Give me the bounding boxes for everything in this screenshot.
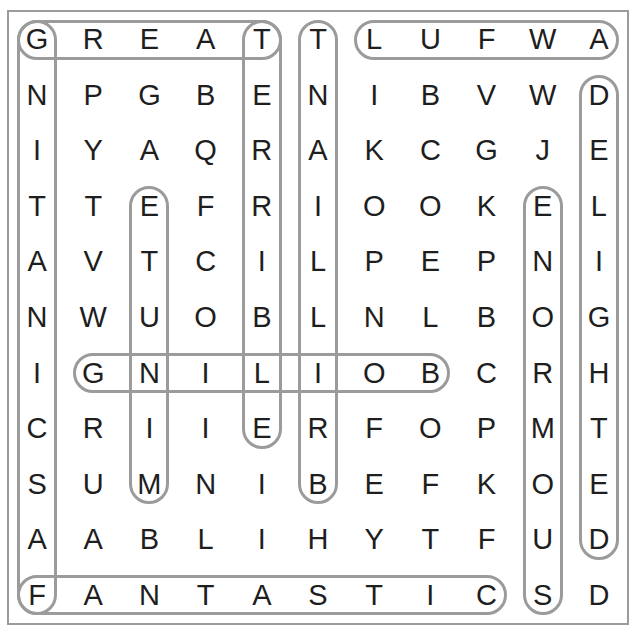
grid-cell-r8c9[interactable]: P bbox=[458, 401, 514, 457]
grid-cell-r6c10[interactable]: O bbox=[515, 290, 571, 346]
grid-cell-r5c10[interactable]: N bbox=[515, 234, 571, 290]
grid-cell-r6c2[interactable]: W bbox=[65, 290, 121, 346]
grid-cell-r7c7[interactable]: O bbox=[346, 345, 402, 401]
grid-cell-r7c11[interactable]: H bbox=[571, 345, 627, 401]
grid-cell-r2c4[interactable]: B bbox=[178, 68, 234, 124]
letter-grid: GREATTLUFWANPGBENIBVWDIYAQRAKCGJETTEFRIO… bbox=[9, 12, 627, 623]
grid-cell-r4c4[interactable]: F bbox=[178, 179, 234, 235]
grid-cell-r5c4[interactable]: C bbox=[178, 234, 234, 290]
grid-cell-r8c5[interactable]: E bbox=[234, 401, 290, 457]
grid-cell-r10c5[interactable]: I bbox=[234, 512, 290, 568]
grid-cell-r6c6[interactable]: L bbox=[290, 290, 346, 346]
grid-cell-r3c4[interactable]: Q bbox=[178, 123, 234, 179]
grid-cell-r10c2[interactable]: A bbox=[65, 512, 121, 568]
grid-cell-r9c8[interactable]: F bbox=[402, 456, 458, 512]
grid-cell-r7c3[interactable]: N bbox=[121, 345, 177, 401]
grid-cell-r2c7[interactable]: I bbox=[346, 68, 402, 124]
grid-cell-r10c4[interactable]: L bbox=[178, 512, 234, 568]
grid-cell-r5c6[interactable]: L bbox=[290, 234, 346, 290]
grid-cell-r10c7[interactable]: Y bbox=[346, 512, 402, 568]
grid-cell-r1c8[interactable]: U bbox=[402, 12, 458, 68]
grid-cell-r8c2[interactable]: R bbox=[65, 401, 121, 457]
grid-cell-r11c3[interactable]: N bbox=[121, 567, 177, 623]
grid-cell-r2c11[interactable]: D bbox=[571, 68, 627, 124]
grid-cell-r10c9[interactable]: F bbox=[458, 512, 514, 568]
grid-cell-r11c8[interactable]: I bbox=[402, 567, 458, 623]
grid-cell-r1c4[interactable]: A bbox=[178, 12, 234, 68]
grid-cell-r1c2[interactable]: R bbox=[65, 12, 121, 68]
grid-cell-r5c3[interactable]: T bbox=[121, 234, 177, 290]
grid-cell-r2c10[interactable]: W bbox=[515, 68, 571, 124]
grid-cell-r2c2[interactable]: P bbox=[65, 68, 121, 124]
grid-cell-r8c1[interactable]: C bbox=[9, 401, 65, 457]
grid-cell-r3c6[interactable]: A bbox=[290, 123, 346, 179]
grid-cell-r11c6[interactable]: S bbox=[290, 567, 346, 623]
grid-cell-r2c6[interactable]: N bbox=[290, 68, 346, 124]
grid-cell-r1c5[interactable]: T bbox=[234, 12, 290, 68]
grid-cell-r9c1[interactable]: S bbox=[9, 456, 65, 512]
grid-cell-r5c9[interactable]: P bbox=[458, 234, 514, 290]
grid-cell-r1c11[interactable]: A bbox=[571, 12, 627, 68]
grid-cell-r6c4[interactable]: O bbox=[178, 290, 234, 346]
grid-cell-r4c7[interactable]: O bbox=[346, 179, 402, 235]
grid-cell-r10c3[interactable]: B bbox=[121, 512, 177, 568]
grid-cell-r9c2[interactable]: U bbox=[65, 456, 121, 512]
grid-cell-r4c5[interactable]: R bbox=[234, 179, 290, 235]
grid-cell-r6c3[interactable]: U bbox=[121, 290, 177, 346]
grid-cell-r10c1[interactable]: A bbox=[9, 512, 65, 568]
grid-cell-r7c4[interactable]: I bbox=[178, 345, 234, 401]
grid-cell-r4c8[interactable]: O bbox=[402, 179, 458, 235]
grid-cell-r7c2[interactable]: G bbox=[65, 345, 121, 401]
grid-cell-r2c3[interactable]: G bbox=[121, 68, 177, 124]
grid-cell-r1c9[interactable]: F bbox=[458, 12, 514, 68]
grid-cell-r4c10[interactable]: E bbox=[515, 179, 571, 235]
grid-cell-r9c3[interactable]: M bbox=[121, 456, 177, 512]
grid-cell-r3c9[interactable]: G bbox=[458, 123, 514, 179]
grid-cell-r4c1[interactable]: T bbox=[9, 179, 65, 235]
grid-cell-r9c5[interactable]: I bbox=[234, 456, 290, 512]
grid-cell-r5c11[interactable]: I bbox=[571, 234, 627, 290]
grid-cell-r2c8[interactable]: B bbox=[402, 68, 458, 124]
grid-cell-r11c4[interactable]: T bbox=[178, 567, 234, 623]
grid-cell-r10c6[interactable]: H bbox=[290, 512, 346, 568]
grid-cell-r9c11[interactable]: E bbox=[571, 456, 627, 512]
grid-cell-r9c4[interactable]: N bbox=[178, 456, 234, 512]
grid-cell-r7c1[interactable]: I bbox=[9, 345, 65, 401]
grid-cell-r3c2[interactable]: Y bbox=[65, 123, 121, 179]
grid-cell-r11c11[interactable]: D bbox=[571, 567, 627, 623]
grid-cell-r3c11[interactable]: E bbox=[571, 123, 627, 179]
grid-cell-r1c3[interactable]: E bbox=[121, 12, 177, 68]
grid-cell-r9c10[interactable]: O bbox=[515, 456, 571, 512]
grid-cell-r10c11[interactable]: D bbox=[571, 512, 627, 568]
grid-cell-r9c9[interactable]: K bbox=[458, 456, 514, 512]
grid-cell-r5c5[interactable]: I bbox=[234, 234, 290, 290]
grid-cell-r2c1[interactable]: N bbox=[9, 68, 65, 124]
grid-cell-r5c8[interactable]: E bbox=[402, 234, 458, 290]
grid-cell-r11c7[interactable]: T bbox=[346, 567, 402, 623]
grid-cell-r7c9[interactable]: C bbox=[458, 345, 514, 401]
grid-cell-r3c3[interactable]: A bbox=[121, 123, 177, 179]
grid-cell-r7c10[interactable]: R bbox=[515, 345, 571, 401]
grid-cell-r11c10[interactable]: S bbox=[515, 567, 571, 623]
grid-cell-r5c1[interactable]: A bbox=[9, 234, 65, 290]
grid-cell-r7c8[interactable]: B bbox=[402, 345, 458, 401]
grid-cell-r1c1[interactable]: G bbox=[9, 12, 65, 68]
grid-cell-r11c9[interactable]: C bbox=[458, 567, 514, 623]
grid-cell-r8c11[interactable]: T bbox=[571, 401, 627, 457]
grid-cell-r6c5[interactable]: B bbox=[234, 290, 290, 346]
grid-cell-r3c1[interactable]: I bbox=[9, 123, 65, 179]
grid-cell-r4c6[interactable]: I bbox=[290, 179, 346, 235]
grid-cell-r1c6[interactable]: T bbox=[290, 12, 346, 68]
grid-cell-r6c11[interactable]: G bbox=[571, 290, 627, 346]
grid-cell-r6c7[interactable]: N bbox=[346, 290, 402, 346]
grid-cell-r9c7[interactable]: E bbox=[346, 456, 402, 512]
grid-cell-r3c5[interactable]: R bbox=[234, 123, 290, 179]
grid-cell-r8c3[interactable]: I bbox=[121, 401, 177, 457]
grid-cell-r4c2[interactable]: T bbox=[65, 179, 121, 235]
grid-cell-r8c6[interactable]: R bbox=[290, 401, 346, 457]
grid-cell-r1c10[interactable]: W bbox=[515, 12, 571, 68]
grid-cell-r6c9[interactable]: B bbox=[458, 290, 514, 346]
grid-cell-r10c10[interactable]: U bbox=[515, 512, 571, 568]
grid-cell-r8c10[interactable]: M bbox=[515, 401, 571, 457]
grid-cell-r3c7[interactable]: K bbox=[346, 123, 402, 179]
grid-cell-r8c7[interactable]: F bbox=[346, 401, 402, 457]
grid-cell-r7c6[interactable]: I bbox=[290, 345, 346, 401]
grid-cell-r5c2[interactable]: V bbox=[65, 234, 121, 290]
grid-cell-r2c9[interactable]: V bbox=[458, 68, 514, 124]
grid-cell-r6c8[interactable]: L bbox=[402, 290, 458, 346]
grid-cell-r8c4[interactable]: I bbox=[178, 401, 234, 457]
grid-cell-r1c7[interactable]: L bbox=[346, 12, 402, 68]
grid-cell-r3c10[interactable]: J bbox=[515, 123, 571, 179]
grid-cell-r6c1[interactable]: N bbox=[9, 290, 65, 346]
grid-cell-r8c8[interactable]: O bbox=[402, 401, 458, 457]
grid-cell-r3c8[interactable]: C bbox=[402, 123, 458, 179]
grid-cell-r4c9[interactable]: K bbox=[458, 179, 514, 235]
grid-cell-r11c1[interactable]: F bbox=[9, 567, 65, 623]
word-search-puzzle: GREATTLUFWANPGBENIBVWDIYAQRAKCGJETTEFRIO… bbox=[0, 0, 640, 637]
grid-cell-r7c5[interactable]: L bbox=[234, 345, 290, 401]
grid-cell-r11c2[interactable]: A bbox=[65, 567, 121, 623]
grid-cell-r10c8[interactable]: T bbox=[402, 512, 458, 568]
puzzle-board: GREATTLUFWANPGBENIBVWDIYAQRAKCGJETTEFRIO… bbox=[7, 10, 629, 625]
grid-cell-r5c7[interactable]: P bbox=[346, 234, 402, 290]
grid-cell-r11c5[interactable]: A bbox=[234, 567, 290, 623]
grid-cell-r4c11[interactable]: L bbox=[571, 179, 627, 235]
grid-cell-r4c3[interactable]: E bbox=[121, 179, 177, 235]
grid-cell-r9c6[interactable]: B bbox=[290, 456, 346, 512]
grid-cell-r2c5[interactable]: E bbox=[234, 68, 290, 124]
